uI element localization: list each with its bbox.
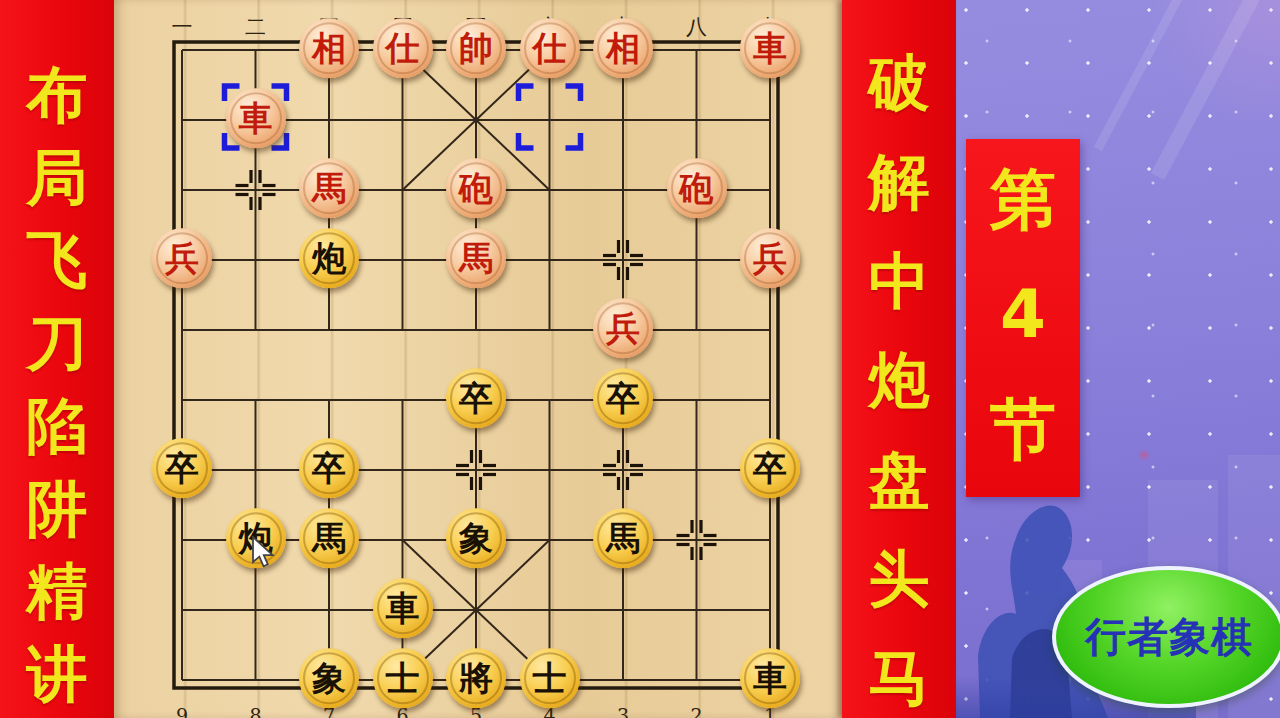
banner-char: 布: [27, 64, 88, 125]
piece-character: 兵: [165, 241, 199, 275]
piece-character: 砲: [459, 171, 493, 205]
left-title-banner: 布局飞刀陷阱精讲: [0, 0, 114, 718]
piece-red-advisor[interactable]: 仕: [520, 18, 580, 78]
mouse-cursor: [251, 536, 277, 570]
piece-character: 帥: [459, 31, 493, 65]
badge-char: 节: [990, 397, 1056, 463]
piece-character: 仕: [386, 31, 420, 65]
piece-black-soldier[interactable]: 卒: [740, 438, 800, 498]
channel-logo-text: 行者象棋: [1085, 610, 1253, 665]
banner-char: 飞: [27, 229, 88, 290]
piece-character: 卒: [312, 451, 346, 485]
piece-red-elephant[interactable]: 相: [593, 18, 653, 78]
piece-character: 相: [606, 31, 640, 65]
right-title-banner: 破解中炮盘头马: [842, 0, 956, 718]
piece-black-soldier[interactable]: 卒: [299, 438, 359, 498]
piece-character: 馬: [312, 171, 346, 205]
piece-black-advisor[interactable]: 士: [373, 648, 433, 708]
piece-character: 馬: [606, 521, 640, 555]
piece-character: 兵: [753, 241, 787, 275]
banner-char: 破: [869, 52, 930, 113]
file-label-top: 八: [686, 13, 707, 41]
piece-character: 相: [312, 31, 346, 65]
piece-red-horse[interactable]: 馬: [299, 158, 359, 218]
banner-char: 炮: [869, 349, 930, 410]
piece-black-horse[interactable]: 馬: [593, 508, 653, 568]
piece-black-chariot[interactable]: 車: [740, 648, 800, 708]
piece-red-chariot[interactable]: 車: [226, 88, 286, 148]
banner-char: 解: [869, 151, 930, 212]
piece-red-horse[interactable]: 馬: [446, 228, 506, 288]
banner-char: 刀: [27, 312, 88, 373]
piece-black-horse[interactable]: 馬: [299, 508, 359, 568]
piece-character: 象: [459, 521, 493, 555]
piece-character: 卒: [606, 381, 640, 415]
piece-character: 卒: [753, 451, 787, 485]
badge-char: 4: [1000, 282, 1046, 348]
banner-char: 陷: [27, 395, 88, 456]
file-label-bottom: 8: [249, 704, 261, 718]
file-label-top: 一: [172, 13, 193, 41]
piece-black-cannon[interactable]: 炮: [299, 228, 359, 288]
piece-black-soldier[interactable]: 卒: [446, 368, 506, 428]
piece-character: 車: [239, 101, 273, 135]
piece-red-cannon[interactable]: 砲: [446, 158, 506, 218]
piece-black-soldier[interactable]: 卒: [593, 368, 653, 428]
file-label-top: 二: [245, 13, 266, 41]
banner-char: 盘: [869, 449, 930, 510]
piece-character: 馬: [312, 521, 346, 555]
piece-red-cannon[interactable]: 砲: [667, 158, 727, 218]
piece-black-elephant[interactable]: 象: [446, 508, 506, 568]
piece-character: 馬: [459, 241, 493, 275]
banner-char: 局: [27, 147, 88, 208]
piece-red-chariot[interactable]: 車: [740, 18, 800, 78]
light-streak: [1151, 0, 1272, 180]
piece-black-king[interactable]: 將: [446, 648, 506, 708]
piece-red-soldier[interactable]: 兵: [152, 228, 212, 288]
piece-character: 車: [386, 591, 420, 625]
banner-char: 头: [869, 548, 930, 609]
piece-character: 炮: [312, 241, 346, 275]
piece-black-chariot[interactable]: 車: [373, 578, 433, 638]
piece-character: 仕: [533, 31, 567, 65]
piece-character: 象: [312, 661, 346, 695]
episode-badge: 第4节: [966, 139, 1080, 497]
banner-char: 马: [869, 647, 930, 708]
video-frame: 布局飞刀陷阱精讲 一二三四五六七八九987654321 相仕帥仕相車車馬砲砲兵馬…: [0, 0, 1280, 718]
piece-red-advisor[interactable]: 仕: [373, 18, 433, 78]
piece-character: 砲: [680, 171, 714, 205]
piece-character: 士: [386, 661, 420, 695]
file-label-bottom: 3: [617, 704, 629, 718]
piece-character: 兵: [606, 311, 640, 345]
badge-char: 第: [990, 167, 1056, 233]
piece-red-elephant[interactable]: 相: [299, 18, 359, 78]
xiangqi-board[interactable]: 一二三四五六七八九987654321 相仕帥仕相車車馬砲砲兵馬兵兵炮卒卒卒卒卒炮…: [114, 0, 843, 718]
file-label-bottom: 2: [690, 704, 702, 718]
piece-character: 卒: [459, 381, 493, 415]
piece-character: 卒: [165, 451, 199, 485]
board-grid: [114, 0, 843, 718]
banner-char: 精: [27, 560, 88, 621]
banner-char: 阱: [27, 478, 88, 539]
piece-character: 士: [533, 661, 567, 695]
piece-character: 車: [753, 31, 787, 65]
file-label-bottom: 9: [176, 704, 188, 718]
piece-red-king[interactable]: 帥: [446, 18, 506, 78]
piece-black-advisor[interactable]: 士: [520, 648, 580, 708]
piece-character: 車: [753, 661, 787, 695]
piece-black-elephant[interactable]: 象: [299, 648, 359, 708]
piece-black-soldier[interactable]: 卒: [152, 438, 212, 498]
piece-red-soldier[interactable]: 兵: [740, 228, 800, 288]
piece-red-soldier[interactable]: 兵: [593, 298, 653, 358]
piece-character: 將: [459, 661, 493, 695]
banner-char: 讲: [27, 643, 88, 704]
banner-char: 中: [869, 250, 930, 311]
channel-logo: 行者象棋: [1052, 566, 1280, 708]
